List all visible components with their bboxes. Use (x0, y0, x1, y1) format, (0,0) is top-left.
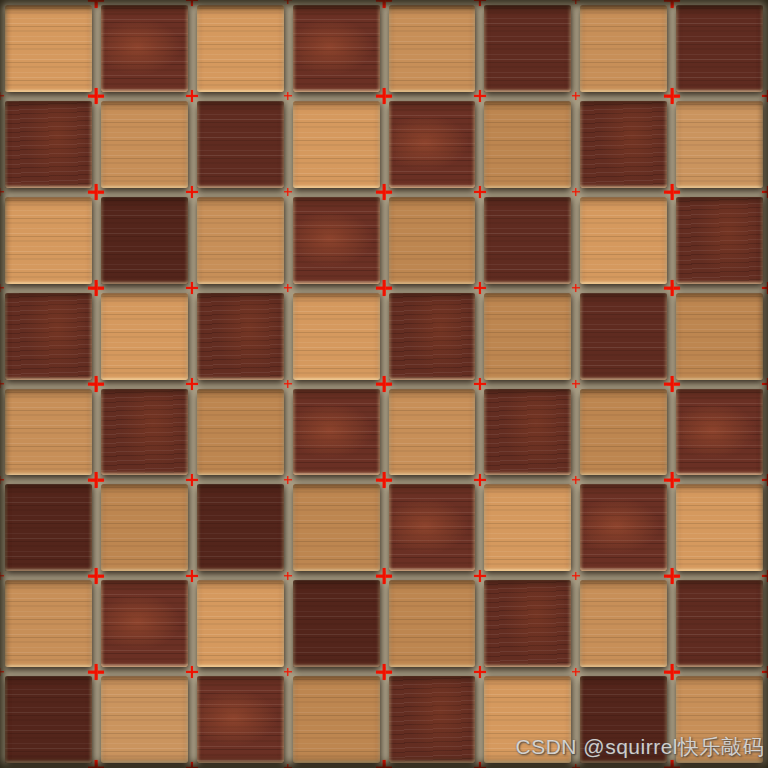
board-square-a6[interactable] (5, 197, 92, 284)
board-square-b3[interactable] (101, 484, 188, 571)
board-square-e6[interactable] (389, 197, 476, 284)
board-square-g6[interactable] (580, 197, 667, 284)
board-square-g5[interactable] (580, 293, 667, 380)
board-square-d1[interactable] (293, 676, 380, 763)
board-square-d6[interactable] (293, 197, 380, 284)
board-square-a8[interactable] (5, 5, 92, 92)
board-square-a4[interactable] (5, 389, 92, 476)
board-square-b6[interactable] (101, 197, 188, 284)
board-square-h6[interactable] (676, 197, 763, 284)
board-square-g8[interactable] (580, 5, 667, 92)
board-square-c5[interactable] (197, 293, 284, 380)
board-square-e2[interactable] (389, 580, 476, 667)
board-square-d2[interactable] (293, 580, 380, 667)
board-square-d5[interactable] (293, 293, 380, 380)
board-square-b4[interactable] (101, 389, 188, 476)
board-square-d8[interactable] (293, 5, 380, 92)
board-square-h7[interactable] (676, 101, 763, 188)
board-square-c1[interactable] (197, 676, 284, 763)
board-square-e3[interactable] (389, 484, 476, 571)
board-square-e5[interactable] (389, 293, 476, 380)
board-square-e4[interactable] (389, 389, 476, 476)
board-square-a5[interactable] (5, 293, 92, 380)
board-square-g3[interactable] (580, 484, 667, 571)
board-square-a7[interactable] (5, 101, 92, 188)
board-square-c4[interactable] (197, 389, 284, 476)
board-square-g1[interactable] (580, 676, 667, 763)
board-square-f5[interactable] (484, 293, 571, 380)
board-square-h2[interactable] (676, 580, 763, 667)
board-square-b8[interactable] (101, 5, 188, 92)
board-square-f2[interactable] (484, 580, 571, 667)
board-square-h5[interactable] (676, 293, 763, 380)
board-square-b7[interactable] (101, 101, 188, 188)
board-square-g7[interactable] (580, 101, 667, 188)
board-square-f6[interactable] (484, 197, 571, 284)
board-square-b1[interactable] (101, 676, 188, 763)
board-square-d4[interactable] (293, 389, 380, 476)
chessboard: CSDN @squirrel快乐敲码 (0, 0, 768, 768)
board-square-b5[interactable] (101, 293, 188, 380)
board-square-g2[interactable] (580, 580, 667, 667)
board-square-e8[interactable] (389, 5, 476, 92)
board-square-f8[interactable] (484, 5, 571, 92)
board-square-e7[interactable] (389, 101, 476, 188)
board-square-h1[interactable] (676, 676, 763, 763)
board-square-f3[interactable] (484, 484, 571, 571)
board-square-h3[interactable] (676, 484, 763, 571)
board-square-h8[interactable] (676, 5, 763, 92)
board-square-b2[interactable] (101, 580, 188, 667)
board-square-a1[interactable] (5, 676, 92, 763)
board-square-g4[interactable] (580, 389, 667, 476)
board-square-f7[interactable] (484, 101, 571, 188)
board-square-c2[interactable] (197, 580, 284, 667)
board-square-f4[interactable] (484, 389, 571, 476)
board-square-e1[interactable] (389, 676, 476, 763)
board-square-d7[interactable] (293, 101, 380, 188)
board-square-d3[interactable] (293, 484, 380, 571)
board-square-c7[interactable] (197, 101, 284, 188)
board-square-c3[interactable] (197, 484, 284, 571)
board-square-h4[interactable] (676, 389, 763, 476)
board-square-a2[interactable] (5, 580, 92, 667)
board-square-c6[interactable] (197, 197, 284, 284)
board-square-f1[interactable] (484, 676, 571, 763)
board-square-c8[interactable] (197, 5, 284, 92)
board-square-a3[interactable] (5, 484, 92, 571)
